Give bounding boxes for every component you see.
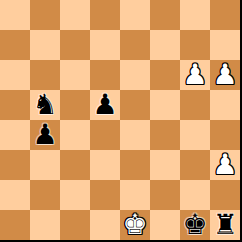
square-e2[interactable] <box>120 180 150 210</box>
white-king-piece[interactable]: ♚ <box>120 210 150 240</box>
black-knight-piece[interactable]: ♞ <box>30 90 60 120</box>
square-e4[interactable] <box>120 120 150 150</box>
square-c7[interactable] <box>60 30 90 60</box>
square-e7[interactable] <box>120 30 150 60</box>
square-e3[interactable] <box>120 150 150 180</box>
white-pawn-piece[interactable]: ♟ <box>210 150 240 180</box>
square-g4[interactable] <box>180 120 210 150</box>
square-h1[interactable]: ♜ <box>210 210 240 240</box>
black-pawn-piece[interactable]: ♟ <box>90 90 120 120</box>
square-a2[interactable] <box>0 180 30 210</box>
square-g6[interactable]: ♟ <box>180 60 210 90</box>
square-g7[interactable] <box>180 30 210 60</box>
square-b1[interactable] <box>30 210 60 240</box>
square-h6[interactable]: ♟ <box>210 60 240 90</box>
square-g8[interactable] <box>180 0 210 30</box>
square-h8[interactable] <box>210 0 240 30</box>
square-h4[interactable] <box>210 120 240 150</box>
square-c1[interactable] <box>60 210 90 240</box>
square-g2[interactable] <box>180 180 210 210</box>
square-f8[interactable] <box>150 0 180 30</box>
square-h7[interactable] <box>210 30 240 60</box>
square-c3[interactable] <box>60 150 90 180</box>
square-b5[interactable]: ♞ <box>30 90 60 120</box>
square-a5[interactable] <box>0 90 30 120</box>
square-g1[interactable]: ♚ <box>180 210 210 240</box>
square-f6[interactable] <box>150 60 180 90</box>
black-rook-piece[interactable]: ♜ <box>210 210 240 240</box>
square-d8[interactable] <box>90 0 120 30</box>
square-d4[interactable] <box>90 120 120 150</box>
square-d3[interactable] <box>90 150 120 180</box>
square-d5[interactable]: ♟ <box>90 90 120 120</box>
square-h2[interactable] <box>210 180 240 210</box>
square-b2[interactable] <box>30 180 60 210</box>
square-e1[interactable]: ♚ <box>120 210 150 240</box>
board-frame: ♟♟♞♟♟♟♚♚♜ <box>0 0 242 242</box>
chess-board: ♟♟♞♟♟♟♚♚♜ <box>0 0 240 240</box>
square-d2[interactable] <box>90 180 120 210</box>
square-d1[interactable] <box>90 210 120 240</box>
square-d6[interactable] <box>90 60 120 90</box>
square-c5[interactable] <box>60 90 90 120</box>
black-pawn-piece[interactable]: ♟ <box>30 120 60 150</box>
square-b3[interactable] <box>30 150 60 180</box>
square-f3[interactable] <box>150 150 180 180</box>
square-a7[interactable] <box>0 30 30 60</box>
black-king-piece[interactable]: ♚ <box>180 210 210 240</box>
square-e6[interactable] <box>120 60 150 90</box>
square-f5[interactable] <box>150 90 180 120</box>
square-h5[interactable] <box>210 90 240 120</box>
square-f2[interactable] <box>150 180 180 210</box>
square-c4[interactable] <box>60 120 90 150</box>
square-a8[interactable] <box>0 0 30 30</box>
square-f7[interactable] <box>150 30 180 60</box>
square-g5[interactable] <box>180 90 210 120</box>
square-e8[interactable] <box>120 0 150 30</box>
square-c2[interactable] <box>60 180 90 210</box>
square-a4[interactable] <box>0 120 30 150</box>
square-h3[interactable]: ♟ <box>210 150 240 180</box>
square-d7[interactable] <box>90 30 120 60</box>
square-g3[interactable] <box>180 150 210 180</box>
square-a6[interactable] <box>0 60 30 90</box>
square-b8[interactable] <box>30 0 60 30</box>
white-pawn-piece[interactable]: ♟ <box>210 60 240 90</box>
square-e5[interactable] <box>120 90 150 120</box>
square-b6[interactable] <box>30 60 60 90</box>
square-c8[interactable] <box>60 0 90 30</box>
square-a3[interactable] <box>0 150 30 180</box>
square-b4[interactable]: ♟ <box>30 120 60 150</box>
square-c6[interactable] <box>60 60 90 90</box>
square-f1[interactable] <box>150 210 180 240</box>
white-pawn-piece[interactable]: ♟ <box>180 60 210 90</box>
square-a1[interactable] <box>0 210 30 240</box>
square-f4[interactable] <box>150 120 180 150</box>
square-b7[interactable] <box>30 30 60 60</box>
